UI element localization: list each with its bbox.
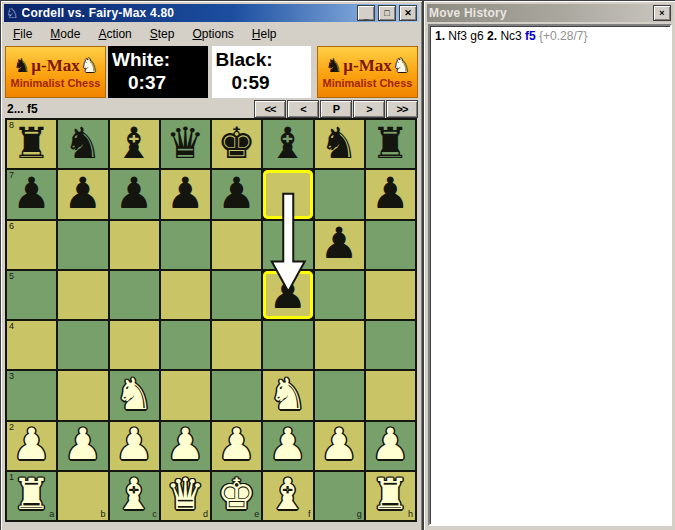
white-clock-label: White: [112,48,204,71]
board-area: 8♜♞♝♛♚♝♞♜7♟♟♟♟♟♟6♟5♟43♞♞2♟♟♟♟♟♟♟♟1a♜bc♝d… [5,118,417,522]
square-e7[interactable]: ♟ [212,170,261,218]
white-pawn: ♟ [12,423,51,466]
history-close-button[interactable]: × [653,5,671,21]
square-h1[interactable]: h♜ [366,472,415,520]
white-pawn: ♟ [320,423,359,466]
file-label-g: g [357,510,362,519]
square-g4[interactable] [315,321,364,369]
square-b6[interactable] [58,221,107,269]
history-title: Move History [429,6,650,20]
square-h2[interactable]: ♟ [366,422,415,470]
logo-subtitle: Minimalist Chess [323,78,413,89]
nav-button-back[interactable]: < [287,100,319,118]
square-d2[interactable]: ♟ [161,422,210,470]
square-a2[interactable]: 2♟ [7,422,56,470]
minimize-button[interactable]: _ [357,5,375,21]
square-c6[interactable] [110,221,159,269]
black-queen: ♛ [166,122,205,165]
square-g6[interactable]: ♟ [315,221,364,269]
square-f4[interactable] [263,321,312,369]
move-segment[interactable]: {+0.28/7} [539,29,587,43]
square-d5[interactable] [161,271,210,319]
square-f2[interactable]: ♟ [263,422,312,470]
square-h4[interactable] [366,321,415,369]
close-icon: ✕ [404,9,412,18]
white-knight: ♞ [115,373,154,416]
square-b5[interactable] [58,271,107,319]
nav-button-pause[interactable]: P [320,100,352,118]
file-label-f: f [308,510,311,519]
white-rook: ♜ [12,473,51,516]
move-segment[interactable]: f5 [525,29,539,43]
nav-buttons: <<<P>>> [253,100,418,118]
black-rook: ♜ [12,122,51,165]
black-pawn: ♟ [320,222,359,265]
move-segment[interactable]: Nc3 [500,29,525,43]
black-pawn: ♟ [115,172,154,215]
square-g1[interactable]: g [315,472,364,520]
square-f7[interactable] [263,170,312,218]
black-knight: ♞ [64,122,103,165]
square-h3[interactable] [366,371,415,419]
move-segment[interactable]: 2. [487,29,500,43]
black-bishop: ♝ [269,122,308,165]
black-knight-icon: ♞ [325,56,342,75]
square-f1[interactable]: f♝ [263,472,312,520]
white-knight: ♞ [269,373,308,416]
square-c2[interactable]: ♟ [110,422,159,470]
black-pawn: ♟ [217,172,256,215]
move-history-list[interactable]: 1. Nf3 g6 2. Nc3 f5 {+0.28/7} [428,24,672,526]
black-pawn: ♟ [269,272,308,315]
square-g5[interactable] [315,271,364,319]
white-pawn: ♟ [217,423,256,466]
square-c5[interactable] [110,271,159,319]
engine-logo-right: ♞ μ-Max ♞ Minimalist Chess [317,46,418,98]
white-clock-time: 0:37 [112,71,204,94]
square-g2[interactable]: ♟ [315,422,364,470]
white-queen: ♛ [166,473,205,516]
square-c3[interactable]: ♞ [110,371,159,419]
white-rook: ♜ [371,473,410,516]
menu-bar: FileModeActionStepOptionsHelp [4,24,419,43]
black-clock-label: Black: [216,48,308,71]
black-knight-icon: ♞ [13,56,30,75]
square-a6[interactable]: 6 [7,221,56,269]
square-e2[interactable]: ♟ [212,422,261,470]
logo-title: μ-Max [343,57,391,74]
black-king: ♚ [217,122,256,165]
square-d6[interactable] [161,221,210,269]
white-pawn: ♟ [64,423,103,466]
square-f3[interactable]: ♞ [263,371,312,419]
square-h6[interactable] [366,221,415,269]
white-knight-icon: ♞ [393,56,410,75]
square-c8[interactable]: ♝ [110,120,159,168]
black-pawn: ♟ [166,172,205,215]
square-a8[interactable]: 8♜ [7,120,56,168]
square-e5[interactable] [212,271,261,319]
nav-button-fast-forward[interactable]: >> [386,100,418,118]
square-d3[interactable] [161,371,210,419]
white-knight-icon: ♞ [81,56,98,75]
close-button[interactable]: ✕ [399,5,417,21]
history-titlebar[interactable]: Move History × [427,4,673,22]
square-d1[interactable]: d♛ [161,472,210,520]
white-king: ♚ [217,473,256,516]
black-knight: ♞ [320,122,359,165]
black-clock-time: 0:59 [216,71,308,94]
nav-button-rewind[interactable]: << [254,100,286,118]
last-move-label: 2... f5 [5,102,38,116]
white-pawn: ♟ [269,423,308,466]
white-pawn: ♟ [371,423,410,466]
square-f6[interactable] [263,221,312,269]
white-bishop: ♝ [269,473,308,516]
square-g8[interactable]: ♞ [315,120,364,168]
square-a1[interactable]: 1a♜ [7,472,56,520]
square-e1[interactable]: e♚ [212,472,261,520]
square-b2[interactable]: ♟ [58,422,107,470]
black-clock[interactable]: Black: 0:59 [212,46,312,98]
square-b7[interactable]: ♟ [58,170,107,218]
square-e6[interactable] [212,221,261,269]
square-h7[interactable]: ♟ [366,170,415,218]
rank-label-5: 5 [9,272,14,281]
square-b3[interactable] [58,371,107,419]
nav-row: 2... f5 <<<P>>> [5,100,418,117]
white-pawn: ♟ [115,423,154,466]
rank-label-6: 6 [9,222,14,231]
square-f8[interactable]: ♝ [263,120,312,168]
nav-button-forward[interactable]: > [353,100,385,118]
black-rook: ♜ [371,122,410,165]
white-bishop: ♝ [115,473,154,516]
square-e4[interactable] [212,321,261,369]
square-a4[interactable]: 4 [7,321,56,369]
close-icon: × [659,9,664,18]
square-g3[interactable] [315,371,364,419]
move-history-window: Move History × 1. Nf3 g6 2. Nc3 f5 {+0.2… [423,0,675,530]
square-d8[interactable]: ♛ [161,120,210,168]
square-a7[interactable]: 7♟ [7,170,56,218]
square-e3[interactable] [212,371,261,419]
rank-label-4: 4 [9,322,14,331]
window-title: Cordell vs. Fairy-Max 4.80 [22,6,354,20]
square-e8[interactable]: ♚ [212,120,261,168]
square-d4[interactable] [161,321,210,369]
square-b1[interactable]: b [58,472,107,520]
maximize-button[interactable]: □ [378,5,396,21]
rank-label-3: 3 [9,372,14,381]
square-c4[interactable] [110,321,159,369]
move-segment[interactable]: 1. [435,29,448,43]
logo-subtitle: Minimalist Chess [11,78,101,89]
menu-item-mode[interactable]: Mode [41,25,89,43]
square-a3[interactable]: 3 [7,371,56,419]
main-titlebar[interactable]: ♘ Cordell vs. Fairy-Max 4.80 _ □ ✕ [4,4,419,22]
square-b8[interactable]: ♞ [58,120,107,168]
square-d7[interactable]: ♟ [161,170,210,218]
menu-item-help[interactable]: Help [243,25,286,43]
engine-logo-left: ♞ μ-Max ♞ Minimalist Chess [5,46,106,98]
white-clock[interactable]: White: 0:37 [108,46,208,98]
menu-item-file[interactable]: File [4,25,41,43]
square-g7[interactable] [315,170,364,218]
chess-board[interactable]: 8♜♞♝♛♚♝♞♜7♟♟♟♟♟♟6♟5♟43♞♞2♟♟♟♟♟♟♟♟1a♜bc♝d… [5,118,417,522]
square-c1[interactable]: c♝ [110,472,159,520]
black-pawn: ♟ [371,172,410,215]
menu-item-action[interactable]: Action [89,25,140,43]
app-knight-icon: ♘ [6,6,19,20]
square-h8[interactable]: ♜ [366,120,415,168]
move-segment[interactable]: Nf3 g6 [448,29,487,43]
menu-item-options[interactable]: Options [183,25,242,43]
square-f5[interactable]: ♟ [263,271,312,319]
square-b4[interactable] [58,321,107,369]
main-window: ♘ Cordell vs. Fairy-Max 4.80 _ □ ✕ FileM… [0,0,423,530]
black-pawn: ♟ [12,172,51,215]
menu-item-step[interactable]: Step [141,25,184,43]
white-pawn: ♟ [166,423,205,466]
minimize-icon: _ [363,12,368,21]
header: ♞ μ-Max ♞ Minimalist Chess White: 0:37 B… [5,46,418,98]
square-c7[interactable]: ♟ [110,170,159,218]
maximize-icon: □ [384,9,389,18]
logo-title: μ-Max [31,57,79,74]
black-bishop: ♝ [115,122,154,165]
square-h5[interactable] [366,271,415,319]
black-pawn: ♟ [64,172,103,215]
square-a5[interactable]: 5 [7,271,56,319]
file-label-b: b [100,510,105,519]
